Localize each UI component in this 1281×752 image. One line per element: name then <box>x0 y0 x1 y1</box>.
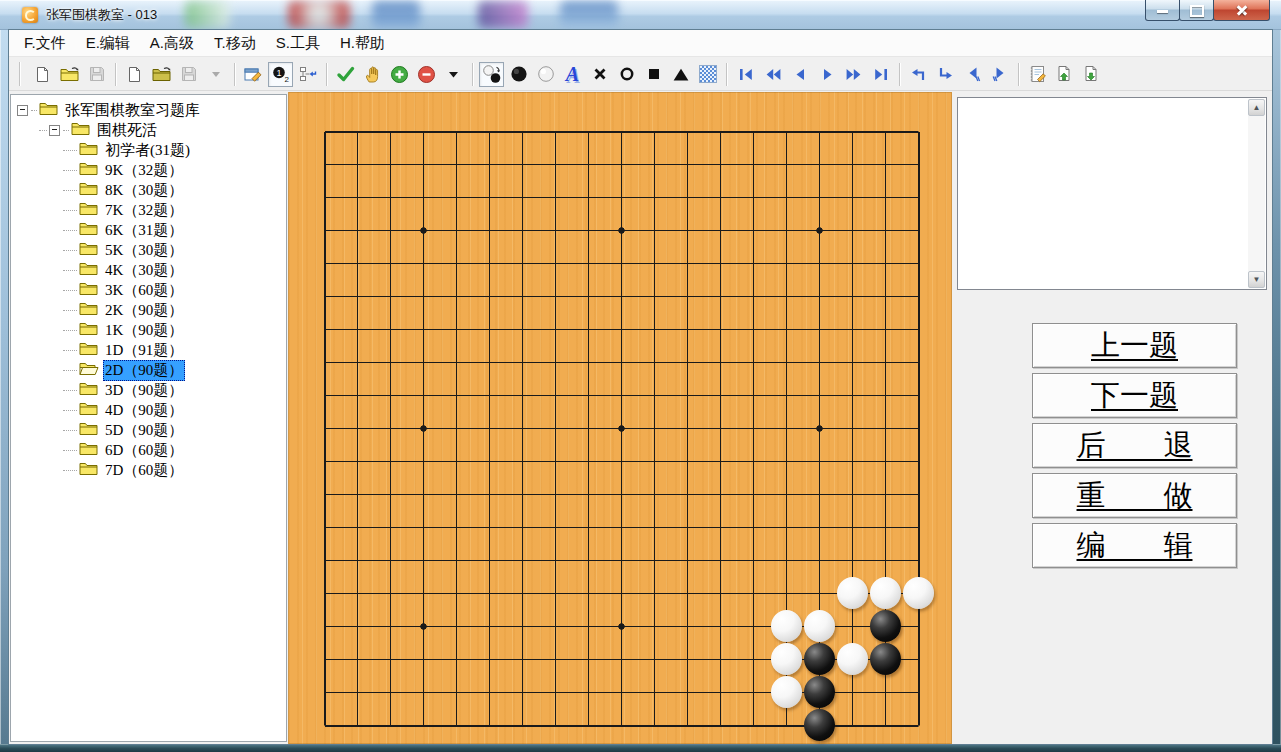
nav-first-icon[interactable] <box>733 62 758 87</box>
board-point[interactable] <box>374 643 407 676</box>
board-point[interactable] <box>572 280 605 313</box>
board-point[interactable] <box>704 676 737 709</box>
board-point[interactable] <box>539 478 572 511</box>
board-point[interactable] <box>671 214 704 247</box>
board-point[interactable] <box>638 313 671 346</box>
redo-button[interactable]: 重 做 <box>1032 473 1237 518</box>
board-point[interactable] <box>572 445 605 478</box>
tree-item[interactable]: 张军围棋教室习题库 <box>11 100 286 120</box>
variation-up-icon[interactable] <box>906 62 931 87</box>
board-point[interactable] <box>902 181 935 214</box>
board-point[interactable] <box>605 478 638 511</box>
board-point[interactable] <box>605 214 638 247</box>
board-point[interactable] <box>572 313 605 346</box>
board-point[interactable] <box>803 511 836 544</box>
board-point[interactable] <box>572 148 605 181</box>
board-point[interactable] <box>374 709 407 742</box>
board-point[interactable] <box>836 115 869 148</box>
board-point[interactable] <box>704 445 737 478</box>
board-point[interactable] <box>605 643 638 676</box>
board-point[interactable] <box>473 544 506 577</box>
board-point[interactable] <box>803 544 836 577</box>
board-point[interactable] <box>836 610 869 643</box>
board-point[interactable] <box>704 346 737 379</box>
board-point[interactable] <box>869 643 902 676</box>
board-point[interactable] <box>572 247 605 280</box>
board-point[interactable] <box>407 478 440 511</box>
board-point[interactable] <box>803 445 836 478</box>
board-point[interactable] <box>572 412 605 445</box>
board-point[interactable] <box>737 247 770 280</box>
remove-circle-icon[interactable] <box>414 62 439 87</box>
board-point[interactable] <box>770 115 803 148</box>
board-point[interactable] <box>374 280 407 313</box>
board-point[interactable] <box>539 181 572 214</box>
board-point[interactable] <box>803 610 836 643</box>
tree-item[interactable]: 9K（32题） <box>11 160 286 180</box>
board-point[interactable] <box>539 247 572 280</box>
board-point[interactable] <box>374 577 407 610</box>
board-point[interactable] <box>836 676 869 709</box>
board-point[interactable] <box>341 445 374 478</box>
board-point[interactable] <box>341 709 374 742</box>
board-point[interactable] <box>374 445 407 478</box>
board-point[interactable] <box>638 412 671 445</box>
board-point[interactable] <box>836 511 869 544</box>
board-point[interactable] <box>440 544 473 577</box>
board-point[interactable] <box>836 478 869 511</box>
board-point[interactable] <box>671 709 704 742</box>
board-point[interactable] <box>836 544 869 577</box>
board-point[interactable] <box>869 181 902 214</box>
board-point[interactable] <box>605 709 638 742</box>
board-point[interactable] <box>704 709 737 742</box>
board-point[interactable] <box>836 313 869 346</box>
board-point[interactable] <box>341 643 374 676</box>
board-point[interactable] <box>869 247 902 280</box>
board-point[interactable] <box>869 511 902 544</box>
board-point[interactable] <box>869 412 902 445</box>
tree-expander-minus[interactable] <box>49 125 60 136</box>
board-point[interactable] <box>671 148 704 181</box>
board-point[interactable] <box>374 610 407 643</box>
board-point[interactable] <box>869 676 902 709</box>
board-point[interactable] <box>308 181 341 214</box>
menu-item-advanced[interactable]: A.高级 <box>140 31 204 56</box>
board-point[interactable] <box>902 412 935 445</box>
mark-triangle-icon[interactable] <box>668 62 693 87</box>
properties-icon[interactable] <box>241 62 266 87</box>
board-point[interactable] <box>506 577 539 610</box>
board-point[interactable] <box>671 181 704 214</box>
minimize-button[interactable] <box>1145 0 1180 21</box>
board-point[interactable] <box>407 379 440 412</box>
board-point[interactable] <box>902 676 935 709</box>
board-point[interactable] <box>737 478 770 511</box>
board-point[interactable] <box>341 346 374 379</box>
board-point[interactable] <box>308 214 341 247</box>
board-point[interactable] <box>539 511 572 544</box>
prev-problem-button[interactable]: 上一题 <box>1032 323 1237 368</box>
board-point[interactable] <box>539 544 572 577</box>
board-point[interactable] <box>572 379 605 412</box>
board-point[interactable] <box>539 643 572 676</box>
board-point[interactable] <box>770 280 803 313</box>
board-point[interactable] <box>572 181 605 214</box>
board-point[interactable] <box>638 511 671 544</box>
open-problem-icon[interactable] <box>149 62 174 87</box>
board-point[interactable] <box>770 577 803 610</box>
board-point[interactable] <box>407 676 440 709</box>
board-point[interactable] <box>836 445 869 478</box>
board-point[interactable] <box>671 511 704 544</box>
problem-list-icon[interactable] <box>295 62 320 87</box>
board-point[interactable] <box>308 247 341 280</box>
board-point[interactable] <box>605 412 638 445</box>
board-point[interactable] <box>902 148 935 181</box>
board-point[interactable] <box>638 577 671 610</box>
tree-item[interactable]: 2D（90题） <box>11 360 286 380</box>
board-point[interactable] <box>737 709 770 742</box>
board-point[interactable] <box>473 346 506 379</box>
board-point[interactable] <box>506 346 539 379</box>
board-point[interactable] <box>902 544 935 577</box>
board-point[interactable] <box>539 148 572 181</box>
import-problem-icon[interactable] <box>1052 62 1077 87</box>
board-point[interactable] <box>572 346 605 379</box>
board-point[interactable] <box>374 346 407 379</box>
board-point[interactable] <box>374 379 407 412</box>
tree-item[interactable]: 4D（90题） <box>11 400 286 420</box>
board-point[interactable] <box>341 214 374 247</box>
board-point[interactable] <box>869 346 902 379</box>
board-point[interactable] <box>770 544 803 577</box>
board-point[interactable] <box>506 511 539 544</box>
board-point[interactable] <box>869 379 902 412</box>
check-answer-icon[interactable] <box>333 62 358 87</box>
board-point[interactable] <box>605 148 638 181</box>
board-point[interactable] <box>704 280 737 313</box>
board-point[interactable] <box>473 511 506 544</box>
board-point[interactable] <box>308 544 341 577</box>
board-point[interactable] <box>506 643 539 676</box>
board-point[interactable] <box>638 379 671 412</box>
board-point[interactable] <box>605 577 638 610</box>
board-point[interactable] <box>638 280 671 313</box>
mark-circle-icon[interactable] <box>614 62 639 87</box>
board-point[interactable] <box>902 115 935 148</box>
board-point[interactable] <box>341 247 374 280</box>
board-point[interactable] <box>407 709 440 742</box>
board-point[interactable] <box>572 544 605 577</box>
board-point[interactable] <box>770 181 803 214</box>
board-point[interactable] <box>605 445 638 478</box>
export-problem-icon[interactable] <box>1079 62 1104 87</box>
board-point[interactable] <box>341 280 374 313</box>
tree-item[interactable]: 5K（30题） <box>11 240 286 260</box>
board-point[interactable] <box>407 544 440 577</box>
board-point[interactable] <box>605 610 638 643</box>
comment-textbox[interactable]: ▲ ▼ <box>957 97 1267 290</box>
board-point[interactable] <box>770 643 803 676</box>
board-point[interactable] <box>440 412 473 445</box>
tree-item[interactable]: 7D（60题） <box>11 460 286 480</box>
board-point[interactable] <box>440 379 473 412</box>
board-point[interactable] <box>869 544 902 577</box>
board-point[interactable] <box>902 247 935 280</box>
board-point[interactable] <box>803 709 836 742</box>
board-point[interactable] <box>473 181 506 214</box>
board-point[interactable] <box>869 478 902 511</box>
board-point[interactable] <box>374 544 407 577</box>
tree-item[interactable]: 3D（90题） <box>11 380 286 400</box>
mark-square-icon[interactable] <box>641 62 666 87</box>
board-point[interactable] <box>737 181 770 214</box>
tree-item[interactable]: 5D（90题） <box>11 420 286 440</box>
mark-x-icon[interactable] <box>587 62 612 87</box>
board-point[interactable] <box>506 676 539 709</box>
board-point[interactable] <box>605 115 638 148</box>
board-point[interactable] <box>440 511 473 544</box>
board-point[interactable] <box>572 643 605 676</box>
board-point[interactable] <box>473 676 506 709</box>
board-point[interactable] <box>737 544 770 577</box>
board-point[interactable] <box>473 577 506 610</box>
board-point[interactable] <box>671 577 704 610</box>
board-point[interactable] <box>869 709 902 742</box>
board-point[interactable] <box>539 412 572 445</box>
board-point[interactable] <box>539 214 572 247</box>
board-point[interactable] <box>341 379 374 412</box>
board-point[interactable] <box>407 313 440 346</box>
step-back-button[interactable]: 后 退 <box>1032 423 1237 468</box>
board-point[interactable] <box>341 478 374 511</box>
board-point[interactable] <box>407 247 440 280</box>
board-point[interactable] <box>902 709 935 742</box>
board-point[interactable] <box>704 577 737 610</box>
board-point[interactable] <box>308 346 341 379</box>
board-point[interactable] <box>704 511 737 544</box>
board-point[interactable] <box>605 379 638 412</box>
board-point[interactable] <box>407 511 440 544</box>
board-point[interactable] <box>605 280 638 313</box>
board-point[interactable] <box>638 544 671 577</box>
board-point[interactable] <box>704 610 737 643</box>
board-point[interactable] <box>902 280 935 313</box>
board-point[interactable] <box>869 445 902 478</box>
board-point[interactable] <box>473 478 506 511</box>
board-point[interactable] <box>803 280 836 313</box>
board-point[interactable] <box>671 643 704 676</box>
board-point[interactable] <box>539 313 572 346</box>
board-point[interactable] <box>374 478 407 511</box>
board-point[interactable] <box>770 511 803 544</box>
board-point[interactable] <box>539 610 572 643</box>
board-point[interactable] <box>638 247 671 280</box>
board-point[interactable] <box>737 610 770 643</box>
board-point[interactable] <box>374 676 407 709</box>
board-point[interactable] <box>308 478 341 511</box>
next-problem-button[interactable]: 下一题 <box>1032 373 1237 418</box>
board-point[interactable] <box>341 577 374 610</box>
board-point[interactable] <box>803 115 836 148</box>
board-point[interactable] <box>737 676 770 709</box>
board-point[interactable] <box>737 346 770 379</box>
board-point[interactable] <box>770 610 803 643</box>
board-point[interactable] <box>473 115 506 148</box>
tree-item[interactable]: 围棋死活 <box>11 120 286 140</box>
board-point[interactable] <box>671 346 704 379</box>
board-point[interactable] <box>836 577 869 610</box>
board-point[interactable] <box>671 412 704 445</box>
board-point[interactable] <box>671 676 704 709</box>
board-point[interactable] <box>506 412 539 445</box>
board-point[interactable] <box>440 478 473 511</box>
board-point[interactable] <box>341 181 374 214</box>
board-point[interactable] <box>440 445 473 478</box>
board-point[interactable] <box>803 412 836 445</box>
board-point[interactable] <box>341 313 374 346</box>
board-point[interactable] <box>572 115 605 148</box>
tree-item[interactable]: 6K（31题） <box>11 220 286 240</box>
board-point[interactable] <box>638 181 671 214</box>
nav-prev-icon[interactable] <box>787 62 812 87</box>
board-point[interactable] <box>539 280 572 313</box>
nav-next-icon[interactable] <box>814 62 839 87</box>
board-point[interactable] <box>869 148 902 181</box>
board-point[interactable] <box>308 280 341 313</box>
board-point[interactable] <box>308 610 341 643</box>
alternate-stones-icon[interactable] <box>479 62 504 87</box>
nav-prev-fast-icon[interactable] <box>760 62 785 87</box>
board-point[interactable] <box>440 214 473 247</box>
board-point[interactable] <box>407 412 440 445</box>
board-point[interactable] <box>638 478 671 511</box>
board-point[interactable] <box>770 346 803 379</box>
board-point[interactable] <box>671 247 704 280</box>
board-point[interactable] <box>869 214 902 247</box>
board-point[interactable] <box>803 247 836 280</box>
board-point[interactable] <box>341 610 374 643</box>
board-point[interactable] <box>506 148 539 181</box>
menu-item-help[interactable]: H.帮助 <box>330 31 395 56</box>
board-point[interactable] <box>572 478 605 511</box>
board-point[interactable] <box>506 445 539 478</box>
board-point[interactable] <box>869 313 902 346</box>
board-point[interactable] <box>308 313 341 346</box>
board-point[interactable] <box>671 445 704 478</box>
board-point[interactable] <box>671 313 704 346</box>
board-point[interactable] <box>803 643 836 676</box>
board-point[interactable] <box>704 379 737 412</box>
board-point[interactable] <box>506 610 539 643</box>
board-point[interactable] <box>407 346 440 379</box>
board-point[interactable] <box>572 676 605 709</box>
board-point[interactable] <box>374 115 407 148</box>
board-point[interactable] <box>902 643 935 676</box>
board-point[interactable] <box>506 709 539 742</box>
board-point[interactable] <box>407 280 440 313</box>
board-point[interactable] <box>440 709 473 742</box>
board-point[interactable] <box>506 115 539 148</box>
board-point[interactable] <box>440 115 473 148</box>
close-button[interactable] <box>1213 0 1270 21</box>
tree-item[interactable]: 3K（60题） <box>11 280 286 300</box>
board-point[interactable] <box>704 643 737 676</box>
board-point[interactable] <box>704 412 737 445</box>
board-point[interactable] <box>440 280 473 313</box>
board-point[interactable] <box>308 643 341 676</box>
board-point[interactable] <box>572 577 605 610</box>
black-stone-icon[interactable] <box>506 62 531 87</box>
board-point[interactable] <box>737 511 770 544</box>
board-point[interactable] <box>704 313 737 346</box>
menu-item-file[interactable]: F.文件 <box>14 31 76 56</box>
board-point[interactable] <box>440 643 473 676</box>
board-point[interactable] <box>737 379 770 412</box>
edit-button[interactable]: 编 辑 <box>1032 523 1237 568</box>
board-point[interactable] <box>737 115 770 148</box>
board-point[interactable] <box>539 346 572 379</box>
board-point[interactable] <box>308 511 341 544</box>
tree-item[interactable]: 7K（32题） <box>11 200 286 220</box>
board-point[interactable] <box>770 379 803 412</box>
board-point[interactable] <box>374 412 407 445</box>
board-point[interactable] <box>803 577 836 610</box>
board-point[interactable] <box>407 214 440 247</box>
board-point[interactable] <box>308 709 341 742</box>
board-point[interactable] <box>308 379 341 412</box>
mark-territory-icon[interactable] <box>695 62 720 87</box>
board-point[interactable] <box>704 544 737 577</box>
board-point[interactable] <box>506 313 539 346</box>
board-point[interactable] <box>737 214 770 247</box>
add-circle-icon[interactable] <box>387 62 412 87</box>
board-point[interactable] <box>605 346 638 379</box>
board-point[interactable] <box>770 148 803 181</box>
tree-item[interactable]: 6D（60题） <box>11 440 286 460</box>
board-point[interactable] <box>671 544 704 577</box>
board-point[interactable] <box>671 115 704 148</box>
board-point[interactable] <box>473 214 506 247</box>
board-point[interactable] <box>308 676 341 709</box>
board-point[interactable] <box>440 346 473 379</box>
board-point[interactable] <box>836 214 869 247</box>
board-point[interactable] <box>341 511 374 544</box>
tree-item[interactable]: 4K（30题） <box>11 260 286 280</box>
board-point[interactable] <box>308 577 341 610</box>
maximize-button[interactable] <box>1179 0 1214 21</box>
board-point[interactable] <box>374 181 407 214</box>
board-point[interactable] <box>803 181 836 214</box>
board-point[interactable] <box>605 676 638 709</box>
board-point[interactable] <box>737 280 770 313</box>
board-point[interactable] <box>836 346 869 379</box>
board-point[interactable] <box>407 115 440 148</box>
board-point[interactable] <box>506 247 539 280</box>
variation-next-icon[interactable] <box>987 62 1012 87</box>
board-point[interactable] <box>506 544 539 577</box>
board-point[interactable] <box>539 709 572 742</box>
board-point[interactable] <box>539 115 572 148</box>
board-point[interactable] <box>506 379 539 412</box>
scroll-down-button[interactable]: ▼ <box>1248 271 1265 288</box>
board-point[interactable] <box>473 643 506 676</box>
board-point[interactable] <box>704 247 737 280</box>
board-point[interactable] <box>869 577 902 610</box>
board-point[interactable] <box>737 445 770 478</box>
board-point[interactable] <box>440 181 473 214</box>
